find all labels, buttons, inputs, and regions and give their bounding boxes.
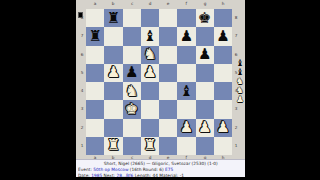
- square-d8[interactable]: [141, 9, 159, 27]
- square-e3[interactable]: [159, 100, 177, 118]
- square-h7[interactable]: ♟: [214, 27, 232, 45]
- black-pawn-f7: ♟: [180, 29, 193, 44]
- white-pawn-h2: ♟: [216, 120, 229, 135]
- file-label-f: f: [180, 1, 193, 7]
- square-g2[interactable]: ♟: [196, 119, 214, 137]
- square-f7[interactable]: ♟: [177, 27, 195, 45]
- event-info-line: Event: 50th op Moscow (16th Round: 6) E7…: [78, 167, 244, 171]
- footer-link[interactable]: 50th op Moscow: [93, 166, 128, 171]
- square-g6[interactable]: ♟: [196, 46, 214, 64]
- square-c2[interactable]: [123, 119, 141, 137]
- black-rook-a7: ♜: [88, 29, 101, 44]
- black-to-move-indicator: [78, 12, 83, 18]
- square-g8[interactable]: ♚: [196, 9, 214, 27]
- square-b5[interactable]: ♟: [104, 64, 122, 82]
- rank-label-5: 5: [80, 66, 84, 79]
- square-f6[interactable]: [177, 46, 195, 64]
- square-c5[interactable]: ♟: [123, 64, 141, 82]
- white-king-c3: ♚: [125, 102, 138, 117]
- square-c8[interactable]: [123, 9, 141, 27]
- square-e6[interactable]: [159, 46, 177, 64]
- file-label-e: e: [162, 1, 175, 7]
- square-a8[interactable]: [86, 9, 104, 27]
- square-h3[interactable]: [214, 100, 232, 118]
- footer-link[interactable]: 1985: [91, 172, 102, 177]
- square-f3[interactable]: [177, 100, 195, 118]
- black-bishop-d7: ♝: [143, 29, 156, 44]
- chess-board: ♜♚♜♝♟♟♞♟♟♟♟♞♝♚♟♟♟♜♜: [86, 9, 232, 155]
- square-g1[interactable]: [196, 137, 214, 155]
- white-rook-b1: ♜: [107, 138, 120, 153]
- square-b1[interactable]: ♜: [104, 137, 122, 155]
- square-b4[interactable]: [104, 82, 122, 100]
- black-pawn-g6: ♟: [198, 47, 211, 62]
- square-a4[interactable]: [86, 82, 104, 100]
- white-pawn-b5: ♟: [107, 65, 120, 80]
- rank-label-7: 7: [80, 30, 84, 43]
- square-c1[interactable]: [123, 137, 141, 155]
- footer-link[interactable]: E75: [165, 166, 173, 171]
- footer-text: Next:: [102, 172, 116, 177]
- square-a1[interactable]: [86, 137, 104, 155]
- rank-label-4: 4: [80, 85, 84, 98]
- rank-label-8: 8: [234, 12, 238, 25]
- white-pawn-d5: ♟: [143, 65, 156, 80]
- square-e8[interactable]: [159, 9, 177, 27]
- rank-label-2: 2: [80, 121, 84, 134]
- square-a3[interactable]: [86, 100, 104, 118]
- square-d5[interactable]: ♟: [141, 64, 159, 82]
- file-labels-top: abcdefgh: [86, 0, 232, 8]
- square-c6[interactable]: [123, 46, 141, 64]
- material-imbalance-column: ♝♝♞♞♟: [235, 59, 245, 104]
- square-a6[interactable]: [86, 46, 104, 64]
- square-g3[interactable]: [196, 100, 214, 118]
- rank-label-3: 3: [234, 103, 238, 116]
- white-knight-c4: ♞: [125, 84, 138, 99]
- footer-text: Event:: [78, 166, 93, 171]
- square-d4[interactable]: [141, 82, 159, 100]
- square-h4[interactable]: [214, 82, 232, 100]
- square-b8[interactable]: ♜: [104, 9, 122, 27]
- file-label-b: b: [107, 1, 120, 7]
- square-h6[interactable]: [214, 46, 232, 64]
- square-f5[interactable]: [177, 64, 195, 82]
- white-pawn-f2: ♟: [180, 120, 193, 135]
- chess-app-frame: abcdefgh abcdefgh 87654321 87654321 ♜♚♜♝…: [76, 0, 245, 177]
- square-b3[interactable]: [104, 100, 122, 118]
- square-f2[interactable]: ♟: [177, 119, 195, 137]
- square-b7[interactable]: [104, 27, 122, 45]
- square-d2[interactable]: [141, 119, 159, 137]
- white-rook-d1: ♜: [143, 138, 156, 153]
- footer-text: (16th Round: 6): [128, 166, 165, 171]
- black-pawn-h7: ♟: [216, 29, 229, 44]
- square-a7[interactable]: ♜: [86, 27, 104, 45]
- square-e4[interactable]: [159, 82, 177, 100]
- white-knight-d6: ♞: [143, 47, 156, 62]
- square-d7[interactable]: ♝: [141, 27, 159, 45]
- footer-text: Date:: [78, 172, 91, 177]
- square-c4[interactable]: ♞: [123, 82, 141, 100]
- square-g4[interactable]: [196, 82, 214, 100]
- square-a5[interactable]: [86, 64, 104, 82]
- file-label-a: a: [89, 1, 102, 7]
- rank-label-3: 3: [80, 103, 84, 116]
- square-g5[interactable]: [196, 64, 214, 82]
- square-h8[interactable]: [214, 9, 232, 27]
- square-d3[interactable]: [141, 100, 159, 118]
- rank-label-1: 1: [80, 139, 84, 152]
- square-b6[interactable]: [104, 46, 122, 64]
- black-rook-b8: ♜: [107, 11, 120, 26]
- square-h5[interactable]: [214, 64, 232, 82]
- square-f1[interactable]: [177, 137, 195, 155]
- square-c7[interactable]: [123, 27, 141, 45]
- square-a2[interactable]: [86, 119, 104, 137]
- square-h2[interactable]: ♟: [214, 119, 232, 137]
- square-b2[interactable]: [104, 119, 122, 137]
- square-d6[interactable]: ♞: [141, 46, 159, 64]
- square-d1[interactable]: ♜: [141, 137, 159, 155]
- footer-text: Length: 44 Material: -1: [133, 172, 184, 177]
- square-c3[interactable]: ♚: [123, 100, 141, 118]
- rank-label-6: 6: [80, 48, 84, 61]
- square-f8[interactable]: [177, 9, 195, 27]
- file-label-c: c: [125, 1, 138, 7]
- rank-label-1: 1: [234, 139, 238, 152]
- rank-labels-left: 87654321: [79, 9, 85, 155]
- square-e1[interactable]: [159, 137, 177, 155]
- square-f4[interactable]: ♝: [177, 82, 195, 100]
- players-result-line: Short, Nigel (2665) — Gligoric, Svetozar…: [78, 161, 244, 165]
- file-label-g: g: [198, 1, 211, 7]
- game-meta-line: Date: 1985 Next: 28...Bf6 Length: 44 Mat…: [78, 173, 244, 177]
- footer-link[interactable]: 28...Bf6: [116, 172, 133, 177]
- file-label-h: h: [216, 1, 229, 7]
- black-pawn-c5: ♟: [125, 65, 138, 80]
- white-pawn-icon: ♟: [235, 95, 245, 104]
- square-e5[interactable]: [159, 64, 177, 82]
- square-e2[interactable]: [159, 119, 177, 137]
- video-frame: abcdefgh abcdefgh 87654321 87654321 ♜♚♜♝…: [0, 0, 320, 180]
- rank-label-7: 7: [234, 30, 238, 43]
- white-pawn-g2: ♟: [198, 120, 211, 135]
- rank-label-2: 2: [234, 121, 238, 134]
- square-g7[interactable]: [196, 27, 214, 45]
- square-e7[interactable]: [159, 27, 177, 45]
- square-h1[interactable]: [214, 137, 232, 155]
- black-bishop-f4: ♝: [180, 84, 193, 99]
- file-label-d: d: [143, 1, 156, 7]
- black-king-g8: ♚: [198, 11, 211, 26]
- game-info-footer: Short, Nigel (2665) — Gligoric, Svetozar…: [76, 159, 245, 177]
